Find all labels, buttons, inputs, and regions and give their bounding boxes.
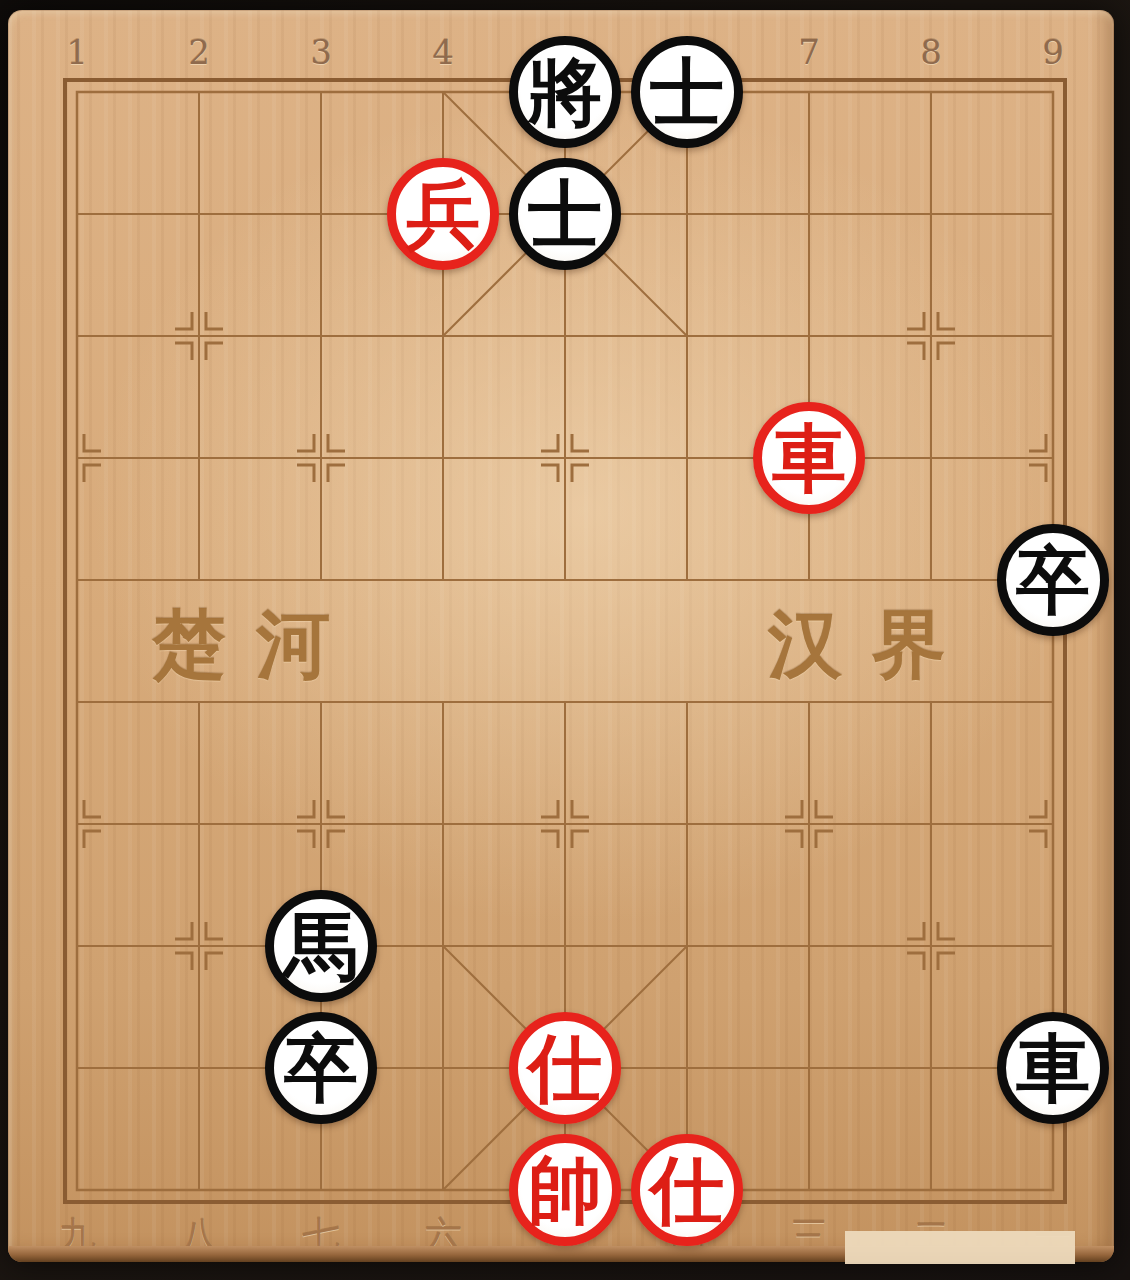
- piece-red-chariot[interactable]: 車: [753, 402, 865, 514]
- piece-black-advisor[interactable]: 士: [631, 36, 743, 148]
- piece-red-advisor[interactable]: 仕: [509, 1012, 621, 1124]
- piece-black-soldier[interactable]: 卒: [265, 1012, 377, 1124]
- piece-black-horse[interactable]: 馬: [265, 890, 377, 1002]
- piece-black-chariot[interactable]: 車: [997, 1012, 1109, 1124]
- board-intersections-grid[interactable]: 將士兵士車卒馬卒仕車帥仕: [16, 31, 1114, 1251]
- piece-black-advisor[interactable]: 士: [509, 158, 621, 270]
- piece-black-soldier[interactable]: 卒: [997, 524, 1109, 636]
- xiangqi-game-screen: 楚河 汉界 123456789 九八七六五四三二一 將士兵士車卒馬卒仕車帥仕: [0, 0, 1130, 1280]
- piece-red-general[interactable]: 帥: [509, 1134, 621, 1246]
- piece-black-general[interactable]: 將: [509, 36, 621, 148]
- piece-red-soldier[interactable]: 兵: [387, 158, 499, 270]
- piece-red-advisor[interactable]: 仕: [631, 1134, 743, 1246]
